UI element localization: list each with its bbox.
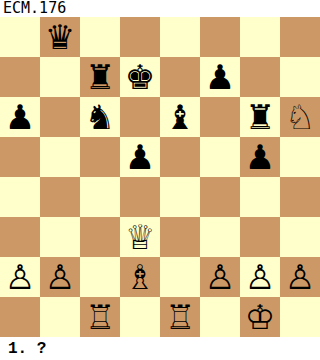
piece-black-pawn: ♟ xyxy=(125,137,155,177)
square-b1[interactable] xyxy=(40,297,80,337)
piece-black-pawn: ♟ xyxy=(245,137,275,177)
square-d4[interactable] xyxy=(120,177,160,217)
square-e6[interactable]: ♝ xyxy=(160,97,200,137)
square-e8[interactable] xyxy=(160,17,200,57)
square-f7[interactable]: ♟ xyxy=(200,57,240,97)
square-c3[interactable] xyxy=(80,217,120,257)
square-b3[interactable] xyxy=(40,217,80,257)
piece-white-pawn: ♙ xyxy=(5,257,35,297)
square-d5[interactable]: ♟ xyxy=(120,137,160,177)
square-g3[interactable] xyxy=(240,217,280,257)
piece-black-pawn: ♟ xyxy=(5,97,35,137)
square-c4[interactable] xyxy=(80,177,120,217)
square-h5[interactable] xyxy=(280,137,320,177)
square-d8[interactable] xyxy=(120,17,160,57)
square-f2[interactable]: ♙ xyxy=(200,257,240,297)
piece-black-rook: ♜ xyxy=(85,57,115,97)
square-f8[interactable] xyxy=(200,17,240,57)
piece-white-pawn: ♙ xyxy=(45,257,75,297)
piece-black-pawn: ♟ xyxy=(205,57,235,97)
square-d1[interactable] xyxy=(120,297,160,337)
square-d3[interactable]: ♕ xyxy=(120,217,160,257)
diagram-title: ECM.176 xyxy=(0,0,320,17)
piece-white-pawn: ♙ xyxy=(245,257,275,297)
square-f6[interactable] xyxy=(200,97,240,137)
piece-black-king: ♚ xyxy=(125,57,155,97)
square-b8[interactable]: ♛ xyxy=(40,17,80,57)
square-g2[interactable]: ♙ xyxy=(240,257,280,297)
square-f3[interactable] xyxy=(200,217,240,257)
piece-black-rook: ♜ xyxy=(245,97,275,137)
square-b5[interactable] xyxy=(40,137,80,177)
square-f5[interactable] xyxy=(200,137,240,177)
square-e7[interactable] xyxy=(160,57,200,97)
square-a5[interactable] xyxy=(0,137,40,177)
square-b6[interactable] xyxy=(40,97,80,137)
piece-white-pawn: ♙ xyxy=(285,257,315,297)
square-d6[interactable] xyxy=(120,97,160,137)
chess-board: ♛♜♚♟♟♞♝♜♘♟♟♕♙♙♗♙♙♙♖♖♔ xyxy=(0,17,320,337)
square-h6[interactable]: ♘ xyxy=(280,97,320,137)
square-b2[interactable]: ♙ xyxy=(40,257,80,297)
piece-white-pawn: ♙ xyxy=(205,257,235,297)
square-g6[interactable]: ♜ xyxy=(240,97,280,137)
square-g1[interactable]: ♔ xyxy=(240,297,280,337)
square-f4[interactable] xyxy=(200,177,240,217)
square-h3[interactable] xyxy=(280,217,320,257)
move-prompt: 1. ? xyxy=(0,337,320,360)
piece-black-knight: ♞ xyxy=(85,97,115,137)
square-c8[interactable] xyxy=(80,17,120,57)
square-a8[interactable] xyxy=(0,17,40,57)
piece-white-bishop: ♗ xyxy=(125,257,155,297)
square-h8[interactable] xyxy=(280,17,320,57)
piece-white-rook: ♖ xyxy=(85,297,115,337)
square-e1[interactable]: ♖ xyxy=(160,297,200,337)
piece-white-rook: ♖ xyxy=(165,297,195,337)
square-g4[interactable] xyxy=(240,177,280,217)
square-b7[interactable] xyxy=(40,57,80,97)
square-h4[interactable] xyxy=(280,177,320,217)
square-h7[interactable] xyxy=(280,57,320,97)
square-h1[interactable] xyxy=(280,297,320,337)
square-c5[interactable] xyxy=(80,137,120,177)
square-a7[interactable] xyxy=(0,57,40,97)
square-g8[interactable] xyxy=(240,17,280,57)
square-a4[interactable] xyxy=(0,177,40,217)
square-c7[interactable]: ♜ xyxy=(80,57,120,97)
piece-black-bishop: ♝ xyxy=(165,97,195,137)
square-f1[interactable] xyxy=(200,297,240,337)
piece-white-knight: ♘ xyxy=(285,97,315,137)
piece-white-king: ♔ xyxy=(245,297,275,337)
piece-black-queen: ♛ xyxy=(45,17,75,57)
square-c1[interactable]: ♖ xyxy=(80,297,120,337)
square-a2[interactable]: ♙ xyxy=(0,257,40,297)
square-h2[interactable]: ♙ xyxy=(280,257,320,297)
square-d7[interactable]: ♚ xyxy=(120,57,160,97)
square-c6[interactable]: ♞ xyxy=(80,97,120,137)
square-a6[interactable]: ♟ xyxy=(0,97,40,137)
piece-white-queen: ♕ xyxy=(125,217,155,257)
square-b4[interactable] xyxy=(40,177,80,217)
square-e3[interactable] xyxy=(160,217,200,257)
square-c2[interactable] xyxy=(80,257,120,297)
square-a3[interactable] xyxy=(0,217,40,257)
square-g5[interactable]: ♟ xyxy=(240,137,280,177)
square-e2[interactable] xyxy=(160,257,200,297)
square-g7[interactable] xyxy=(240,57,280,97)
square-d2[interactable]: ♗ xyxy=(120,257,160,297)
square-e5[interactable] xyxy=(160,137,200,177)
chess-diagram-page: ECM.176 ♛♜♚♟♟♞♝♜♘♟♟♕♙♙♗♙♙♙♖♖♔ 1. ? xyxy=(0,0,320,360)
square-a1[interactable] xyxy=(0,297,40,337)
square-e4[interactable] xyxy=(160,177,200,217)
